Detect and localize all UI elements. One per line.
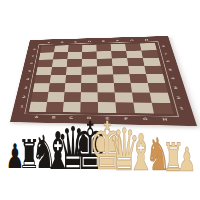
rank-label-left-2: 2 bbox=[22, 95, 26, 98]
rank-label-left-4: 4 bbox=[26, 78, 30, 81]
rank-label-right-7: 7 bbox=[164, 53, 168, 55]
square-f3[interactable] bbox=[114, 83, 132, 92]
square-b2[interactable] bbox=[47, 92, 64, 102]
file-label-top-a: A bbox=[47, 42, 50, 44]
board-grid bbox=[29, 43, 173, 114]
piece-wood-pawn[interactable]: ♟ bbox=[178, 143, 196, 176]
square-b4[interactable] bbox=[50, 75, 66, 84]
square-b5[interactable] bbox=[51, 67, 67, 75]
rank-label-left-6: 6 bbox=[30, 62, 33, 64]
file-label-top-c: C bbox=[74, 41, 77, 43]
square-h5[interactable] bbox=[144, 66, 163, 75]
square-h4[interactable] bbox=[146, 74, 165, 83]
rank-label-right-3: 3 bbox=[173, 86, 178, 89]
rank-label-right-6: 6 bbox=[166, 60, 170, 62]
square-g2[interactable] bbox=[132, 93, 152, 103]
square-f6[interactable] bbox=[112, 58, 128, 66]
file-label-bottom-b: B bbox=[51, 116, 55, 119]
square-a2[interactable] bbox=[31, 92, 49, 102]
square-a5[interactable] bbox=[36, 67, 52, 75]
square-d4[interactable] bbox=[81, 75, 97, 84]
square-a3[interactable] bbox=[33, 83, 50, 92]
rank-label-right-2: 2 bbox=[176, 96, 181, 99]
square-e6[interactable] bbox=[97, 58, 113, 66]
square-d5[interactable] bbox=[81, 66, 97, 74]
rank-label-left-7: 7 bbox=[31, 55, 34, 57]
square-h2[interactable] bbox=[150, 93, 171, 103]
square-e4[interactable] bbox=[97, 74, 114, 83]
square-a4[interactable] bbox=[34, 75, 50, 83]
rank-label-right-8: 8 bbox=[162, 45, 166, 47]
square-e2[interactable] bbox=[98, 92, 116, 102]
square-h1[interactable] bbox=[152, 103, 174, 114]
rank-label-right-4: 4 bbox=[171, 77, 175, 80]
square-f5[interactable] bbox=[112, 66, 129, 74]
file-label-top-d: D bbox=[88, 40, 91, 42]
rank-label-left-5: 5 bbox=[28, 70, 32, 72]
rank-label-left-3: 3 bbox=[24, 86, 28, 89]
square-g6[interactable] bbox=[127, 58, 144, 66]
square-d6[interactable] bbox=[82, 59, 97, 67]
rank-label-right-5: 5 bbox=[168, 68, 172, 71]
square-d3[interactable] bbox=[81, 83, 98, 92]
square-c3[interactable] bbox=[65, 83, 82, 92]
square-e3[interactable] bbox=[97, 83, 114, 92]
square-c5[interactable] bbox=[66, 67, 82, 75]
square-g4[interactable] bbox=[129, 74, 147, 83]
rank-label-right-1: 1 bbox=[179, 107, 184, 110]
square-c4[interactable] bbox=[65, 75, 81, 84]
file-label-bottom-h: H bbox=[162, 118, 168, 122]
file-label-bottom-a: A bbox=[34, 115, 38, 118]
product-photo-scene: AA88BB77CC66DD55EE44FF33GG22HH11 ♟♜♞♝♛♚♚… bbox=[0, 0, 200, 200]
square-b1[interactable] bbox=[46, 102, 64, 112]
square-h6[interactable] bbox=[143, 58, 161, 66]
rank-label-left-1: 1 bbox=[20, 105, 24, 108]
rank-label-left-8: 8 bbox=[33, 48, 36, 50]
square-a1[interactable] bbox=[29, 102, 47, 112]
square-b3[interactable] bbox=[48, 83, 65, 92]
square-c2[interactable] bbox=[64, 92, 81, 102]
square-g5[interactable] bbox=[128, 66, 146, 74]
file-label-top-g: G bbox=[130, 39, 134, 41]
square-f4[interactable] bbox=[113, 74, 131, 83]
file-label-top-h: H bbox=[145, 39, 149, 41]
square-g3[interactable] bbox=[131, 83, 150, 92]
file-label-top-f: F bbox=[116, 40, 119, 42]
square-f2[interactable] bbox=[115, 92, 134, 102]
square-e5[interactable] bbox=[97, 66, 113, 74]
square-g1[interactable] bbox=[133, 103, 154, 114]
square-c6[interactable] bbox=[67, 59, 82, 67]
square-h3[interactable] bbox=[148, 83, 168, 93]
file-label-bottom-g: G bbox=[143, 117, 148, 121]
file-label-top-e: E bbox=[102, 40, 105, 42]
square-d2[interactable] bbox=[81, 92, 98, 102]
file-label-top-b: B bbox=[60, 41, 63, 43]
